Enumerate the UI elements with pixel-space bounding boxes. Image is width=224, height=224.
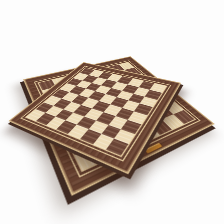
product-photo <box>0 0 224 224</box>
